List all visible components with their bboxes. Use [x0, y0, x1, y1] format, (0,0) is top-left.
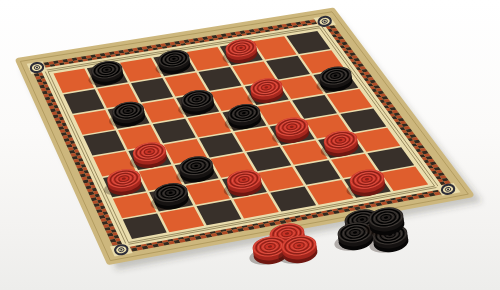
- bullseye-icon: [318, 16, 332, 27]
- bullseye-icon: [30, 62, 44, 73]
- checkers-board-scene: [0, 0, 500, 290]
- table-surface: [0, 0, 500, 290]
- bullseye-icon: [441, 184, 455, 195]
- bullseye-icon: [114, 244, 128, 255]
